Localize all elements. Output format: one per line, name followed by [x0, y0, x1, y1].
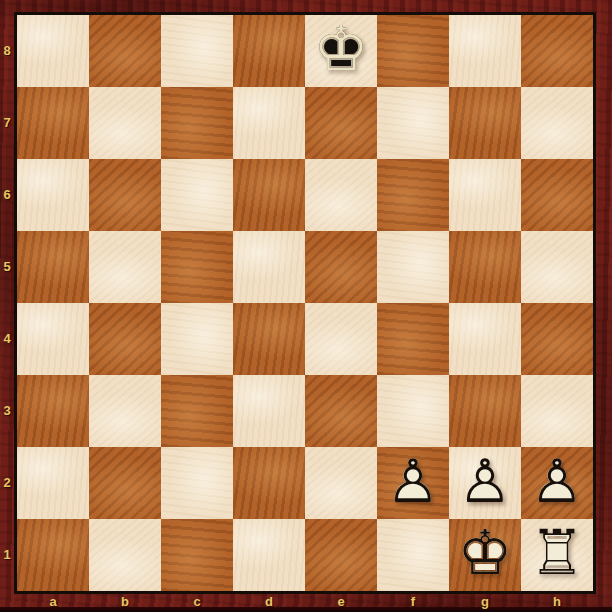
square-h6[interactable] — [521, 159, 593, 231]
square-h2[interactable]: ♟♙ — [521, 447, 593, 519]
square-c5[interactable] — [161, 231, 233, 303]
square-g6[interactable] — [449, 159, 521, 231]
square-h5[interactable] — [521, 231, 593, 303]
piece-glyph-outline: ♙ — [449, 451, 521, 511]
square-f1[interactable] — [377, 519, 449, 591]
square-d2[interactable] — [233, 447, 305, 519]
square-a7[interactable] — [17, 87, 89, 159]
file-label-c: c — [161, 595, 233, 608]
square-h4[interactable] — [521, 303, 593, 375]
square-a6[interactable] — [17, 159, 89, 231]
square-e4[interactable] — [305, 303, 377, 375]
square-g2[interactable]: ♟♙ — [449, 447, 521, 519]
square-c7[interactable] — [161, 87, 233, 159]
square-d6[interactable] — [233, 159, 305, 231]
rank-label-6: 6 — [0, 185, 14, 205]
square-c1[interactable] — [161, 519, 233, 591]
square-d4[interactable] — [233, 303, 305, 375]
square-a4[interactable] — [17, 303, 89, 375]
square-e2[interactable] — [305, 447, 377, 519]
square-h7[interactable] — [521, 87, 593, 159]
square-a2[interactable] — [17, 447, 89, 519]
square-h8[interactable] — [521, 15, 593, 87]
rank-label-1: 1 — [0, 545, 14, 565]
square-d1[interactable] — [233, 519, 305, 591]
square-g8[interactable] — [449, 15, 521, 87]
square-h3[interactable] — [521, 375, 593, 447]
square-f8[interactable] — [377, 15, 449, 87]
file-label-e: e — [305, 595, 377, 608]
square-a5[interactable] — [17, 231, 89, 303]
file-label-a: a — [17, 595, 89, 608]
square-c6[interactable] — [161, 159, 233, 231]
file-label-g: g — [449, 595, 521, 608]
piece-glyph-outline: ♔ — [449, 522, 521, 584]
square-f3[interactable] — [377, 375, 449, 447]
piece-glyph-outline: ♙ — [377, 451, 449, 511]
square-g1[interactable]: ♚♔ — [449, 519, 521, 591]
piece-white-king-g1[interactable]: ♚♔ — [449, 519, 521, 591]
square-e8[interactable]: ♚♔ — [305, 15, 377, 87]
square-d8[interactable] — [233, 15, 305, 87]
square-g3[interactable] — [449, 375, 521, 447]
square-e6[interactable] — [305, 159, 377, 231]
square-e3[interactable] — [305, 375, 377, 447]
square-g7[interactable] — [449, 87, 521, 159]
square-f7[interactable] — [377, 87, 449, 159]
square-c3[interactable] — [161, 375, 233, 447]
square-d7[interactable] — [233, 87, 305, 159]
piece-glyph-outline: ♔ — [305, 18, 377, 80]
square-g4[interactable] — [449, 303, 521, 375]
square-b2[interactable] — [89, 447, 161, 519]
piece-black-king-e8[interactable]: ♚♔ — [305, 15, 377, 87]
square-b7[interactable] — [89, 87, 161, 159]
square-b4[interactable] — [89, 303, 161, 375]
file-label-d: d — [233, 595, 305, 608]
piece-glyph-outline: ♙ — [521, 451, 593, 511]
file-label-f: f — [377, 595, 449, 608]
square-c8[interactable] — [161, 15, 233, 87]
rank-label-4: 4 — [0, 329, 14, 349]
piece-white-rook-h1[interactable]: ♜♖ — [521, 519, 593, 591]
square-b6[interactable] — [89, 159, 161, 231]
rank-label-5: 5 — [0, 257, 14, 277]
chessboard-app: ♚♔♟♙♟♙♟♙♚♔♜♖ 87654321abcdefgh — [0, 0, 612, 612]
rank-label-8: 8 — [0, 41, 14, 61]
square-d3[interactable] — [233, 375, 305, 447]
rank-label-7: 7 — [0, 113, 14, 133]
square-b8[interactable] — [89, 15, 161, 87]
rank-label-3: 3 — [0, 401, 14, 421]
square-a1[interactable] — [17, 519, 89, 591]
square-c4[interactable] — [161, 303, 233, 375]
square-g5[interactable] — [449, 231, 521, 303]
piece-white-pawn-g2[interactable]: ♟♙ — [449, 447, 521, 519]
square-a8[interactable] — [17, 15, 89, 87]
square-d5[interactable] — [233, 231, 305, 303]
square-e5[interactable] — [305, 231, 377, 303]
square-c2[interactable] — [161, 447, 233, 519]
chess-board: ♚♔♟♙♟♙♟♙♚♔♜♖ — [14, 12, 596, 594]
square-b1[interactable] — [89, 519, 161, 591]
square-f4[interactable] — [377, 303, 449, 375]
square-b3[interactable] — [89, 375, 161, 447]
square-e1[interactable] — [305, 519, 377, 591]
square-h1[interactable]: ♜♖ — [521, 519, 593, 591]
square-f5[interactable] — [377, 231, 449, 303]
square-a3[interactable] — [17, 375, 89, 447]
piece-white-pawn-f2[interactable]: ♟♙ — [377, 447, 449, 519]
square-e7[interactable] — [305, 87, 377, 159]
square-f2[interactable]: ♟♙ — [377, 447, 449, 519]
rank-label-2: 2 — [0, 473, 14, 493]
file-label-b: b — [89, 595, 161, 608]
square-b5[interactable] — [89, 231, 161, 303]
square-f6[interactable] — [377, 159, 449, 231]
piece-white-pawn-h2[interactable]: ♟♙ — [521, 447, 593, 519]
file-label-h: h — [521, 595, 593, 608]
piece-glyph-outline: ♖ — [521, 522, 593, 584]
